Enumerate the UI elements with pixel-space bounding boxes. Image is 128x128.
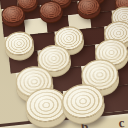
board-row-1 — [3, 98, 6, 124]
checkers-photo-scene: abcdefgh — [0, 0, 128, 128]
checkers-board: abcdefgh — [0, 0, 128, 128]
file-label-a: a — [39, 123, 56, 128]
board-row-3 — [0, 55, 1, 75]
board-row-2 — [1, 75, 3, 98]
file-label-b: b — [76, 119, 93, 128]
file-label-c: c — [113, 116, 128, 128]
